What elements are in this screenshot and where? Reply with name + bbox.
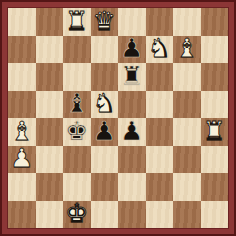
square-e3[interactable] bbox=[118, 146, 146, 174]
square-h5[interactable] bbox=[201, 91, 229, 119]
piece-white-bishop[interactable]: ♝ bbox=[10, 118, 33, 144]
piece-white-rook[interactable]: ♜ bbox=[203, 118, 226, 144]
square-c1[interactable]: ♚ bbox=[63, 201, 91, 229]
square-f5[interactable] bbox=[146, 91, 174, 119]
square-e2[interactable] bbox=[118, 173, 146, 201]
piece-white-knight[interactable]: ♞ bbox=[148, 36, 171, 62]
square-e6[interactable]: ♜ bbox=[118, 63, 146, 91]
square-h1[interactable] bbox=[201, 201, 229, 229]
square-a7[interactable] bbox=[8, 36, 36, 64]
piece-black-king[interactable]: ♚ bbox=[65, 118, 88, 144]
square-f7[interactable]: ♞ bbox=[146, 36, 174, 64]
square-b8[interactable] bbox=[36, 8, 64, 36]
square-d3[interactable] bbox=[91, 146, 119, 174]
square-a8[interactable] bbox=[8, 8, 36, 36]
square-f8[interactable] bbox=[146, 8, 174, 36]
square-b4[interactable] bbox=[36, 118, 64, 146]
square-g7[interactable]: ♝ bbox=[173, 36, 201, 64]
square-d4[interactable]: ♟ bbox=[91, 118, 119, 146]
square-c8[interactable]: ♜ bbox=[63, 8, 91, 36]
square-g2[interactable] bbox=[173, 173, 201, 201]
square-h2[interactable] bbox=[201, 173, 229, 201]
chess-board: ♜♛♟♞♝♜♝♞♝♚♟♟♜♟♚ bbox=[8, 8, 228, 228]
piece-white-king[interactable]: ♚ bbox=[65, 201, 88, 227]
board-frame: ♜♛♟♞♝♜♝♞♝♚♟♟♜♟♚ bbox=[0, 0, 236, 236]
square-e8[interactable] bbox=[118, 8, 146, 36]
square-g4[interactable] bbox=[173, 118, 201, 146]
piece-black-pawn[interactable]: ♟ bbox=[93, 118, 116, 144]
square-c4[interactable]: ♚ bbox=[63, 118, 91, 146]
square-h3[interactable] bbox=[201, 146, 229, 174]
square-d5[interactable]: ♞ bbox=[91, 91, 119, 119]
square-c2[interactable] bbox=[63, 173, 91, 201]
square-d8[interactable]: ♛ bbox=[91, 8, 119, 36]
square-d1[interactable] bbox=[91, 201, 119, 229]
square-d2[interactable] bbox=[91, 173, 119, 201]
square-c5[interactable]: ♝ bbox=[63, 91, 91, 119]
square-b6[interactable] bbox=[36, 63, 64, 91]
square-g5[interactable] bbox=[173, 91, 201, 119]
square-d6[interactable] bbox=[91, 63, 119, 91]
square-d7[interactable] bbox=[91, 36, 119, 64]
piece-black-rook[interactable]: ♜ bbox=[120, 63, 143, 89]
piece-white-pawn[interactable]: ♟ bbox=[10, 146, 33, 172]
square-f1[interactable] bbox=[146, 201, 174, 229]
square-b2[interactable] bbox=[36, 173, 64, 201]
piece-white-bishop[interactable]: ♝ bbox=[175, 36, 198, 62]
square-a3[interactable]: ♟ bbox=[8, 146, 36, 174]
piece-white-queen[interactable]: ♛ bbox=[93, 8, 116, 34]
square-e4[interactable]: ♟ bbox=[118, 118, 146, 146]
square-g3[interactable] bbox=[173, 146, 201, 174]
square-f6[interactable] bbox=[146, 63, 174, 91]
square-b7[interactable] bbox=[36, 36, 64, 64]
square-g8[interactable] bbox=[173, 8, 201, 36]
piece-black-pawn[interactable]: ♟ bbox=[120, 118, 143, 144]
square-a1[interactable] bbox=[8, 201, 36, 229]
square-c7[interactable] bbox=[63, 36, 91, 64]
square-f4[interactable] bbox=[146, 118, 174, 146]
square-h4[interactable]: ♜ bbox=[201, 118, 229, 146]
square-a6[interactable] bbox=[8, 63, 36, 91]
piece-white-knight[interactable]: ♞ bbox=[93, 91, 116, 117]
square-h6[interactable] bbox=[201, 63, 229, 91]
piece-black-bishop[interactable]: ♝ bbox=[65, 91, 88, 117]
square-g1[interactable] bbox=[173, 201, 201, 229]
square-e7[interactable]: ♟ bbox=[118, 36, 146, 64]
square-g6[interactable] bbox=[173, 63, 201, 91]
square-a2[interactable] bbox=[8, 173, 36, 201]
piece-white-rook[interactable]: ♜ bbox=[65, 8, 88, 34]
square-e5[interactable] bbox=[118, 91, 146, 119]
square-e1[interactable] bbox=[118, 201, 146, 229]
square-c6[interactable] bbox=[63, 63, 91, 91]
square-c3[interactable] bbox=[63, 146, 91, 174]
square-b5[interactable] bbox=[36, 91, 64, 119]
square-b3[interactable] bbox=[36, 146, 64, 174]
square-h8[interactable] bbox=[201, 8, 229, 36]
square-h7[interactable] bbox=[201, 36, 229, 64]
square-b1[interactable] bbox=[36, 201, 64, 229]
square-f3[interactable] bbox=[146, 146, 174, 174]
square-a4[interactable]: ♝ bbox=[8, 118, 36, 146]
square-f2[interactable] bbox=[146, 173, 174, 201]
square-a5[interactable] bbox=[8, 91, 36, 119]
piece-black-pawn[interactable]: ♟ bbox=[120, 36, 143, 62]
